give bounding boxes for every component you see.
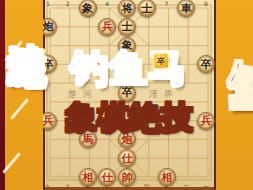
left-vertical-title: 速胜绝刀 [1,14,52,26]
piece-black-advisor-2[interactable]: 士 [118,18,136,36]
piece-red-advisor-2[interactable]: 仕 [98,168,116,186]
caption-banner-main: 钓鱼马 [43,44,216,94]
piece-red-general[interactable]: 帥 [118,168,136,186]
piece-red-elephant-1[interactable]: 相 [79,168,97,186]
left-panel [5,0,43,190]
piece-black-elephant-1[interactable]: 象 [79,0,97,17]
piece-red-elephant-2[interactable]: 相 [158,168,176,186]
piece-black-advisor-1[interactable]: 士 [138,0,156,17]
piece-red-pawn-advanced[interactable]: 兵 [98,18,116,36]
thumbnail-stage: 楚河 漢界 123456789九八七六五四三二一 象将士車炮士兵象卒卒卒卒兵兵馬… [0,0,253,190]
caption-banner-sub: 象棋绝技 [43,97,216,139]
piece-red-advisor-1[interactable]: 仕 [118,149,136,167]
left-maroon-strip [0,0,5,190]
piece-black-chariot[interactable]: 車 [177,0,195,17]
piece-black-general[interactable]: 将 [118,0,136,17]
highlighted-piece-badge[interactable]: 卒 [152,52,169,69]
right-vertical-title: 钓鱼马 [222,24,253,39]
